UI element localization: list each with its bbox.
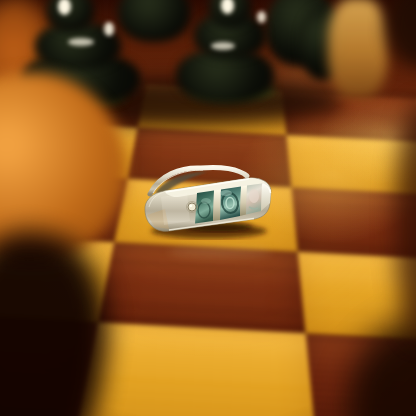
ring-on-chessboard-photo (0, 0, 416, 416)
dark-square (306, 333, 416, 416)
light-square (298, 252, 416, 344)
dark-square (0, 170, 127, 242)
light-square (76, 323, 316, 416)
ring-divider (240, 186, 247, 217)
background-table-edge (0, 0, 416, 132)
silver-ring (133, 163, 283, 253)
light-square (286, 135, 416, 196)
ring-svg (133, 163, 283, 249)
ring-gem (187, 202, 198, 213)
ring-divider (213, 190, 221, 222)
light-square (0, 233, 114, 323)
dark-square (291, 187, 416, 261)
